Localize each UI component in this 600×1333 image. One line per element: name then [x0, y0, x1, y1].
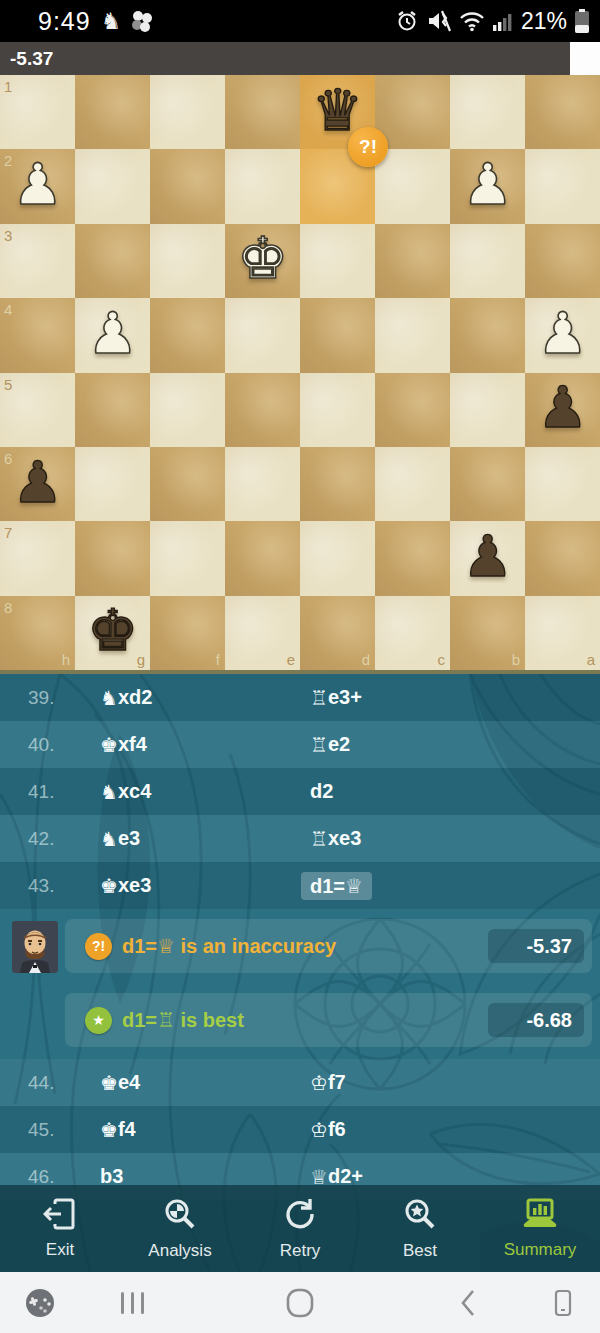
move-row-45: 45.♚f4♔f6	[0, 1106, 600, 1153]
best-icon	[403, 1197, 437, 1235]
square-h1[interactable]	[0, 75, 75, 149]
square-c2[interactable]	[375, 149, 450, 223]
white-move[interactable]: ♞xc4	[100, 768, 151, 815]
square-a6[interactable]	[525, 447, 600, 521]
square-a1[interactable]	[525, 75, 600, 149]
toolbar-retry-button[interactable]: Retry	[240, 1185, 360, 1272]
square-f4[interactable]	[150, 298, 225, 372]
move-row-39: 39.♞xd2♖e3+	[0, 674, 600, 721]
recents-icon[interactable]	[111, 1272, 155, 1333]
square-f5[interactable]	[150, 373, 225, 447]
exit-icon	[43, 1198, 77, 1234]
clock-time: 9:49	[38, 7, 91, 36]
square-h4[interactable]	[0, 298, 75, 372]
square-d7[interactable]	[300, 521, 375, 595]
wifi-icon	[459, 10, 485, 32]
move-list: 39.♞xd2♖e3+40.♚xf4♖e241.♞xc4d242.♞e3♖xe3…	[0, 674, 600, 1272]
move-row-43: 43.♚xe3d1=♕	[0, 862, 600, 909]
move-row-42: 42.♞e3♖xe3	[0, 815, 600, 862]
battery-percent: 21%	[521, 8, 567, 35]
signal-icon	[492, 10, 514, 32]
square-f3[interactable]	[150, 224, 225, 298]
square-h8[interactable]	[0, 596, 75, 670]
square-e4[interactable]	[225, 298, 300, 372]
move-number: 41.	[28, 768, 54, 815]
black-move[interactable]: ♖e3+	[310, 674, 362, 721]
black-move[interactable]: d2	[310, 768, 333, 815]
square-f8[interactable]	[150, 596, 225, 670]
inaccuracy-annotation[interactable]: ?!d1=♕ is an inaccuracy-5.37	[65, 919, 592, 973]
toolbar-label: Exit	[46, 1240, 74, 1260]
chess-board[interactable]: 12345678abcdefgh♚♟♟♟♟♟♚♟♟♛?!	[0, 75, 600, 670]
square-e8[interactable]	[225, 596, 300, 670]
retry-icon	[283, 1197, 317, 1235]
square-f1[interactable]	[150, 75, 225, 149]
android-nav-bar	[0, 1272, 600, 1333]
white-move[interactable]: ♞e3	[100, 815, 140, 862]
square-a7[interactable]	[525, 521, 600, 595]
square-b6[interactable]	[450, 447, 525, 521]
evaluation-score: -5.37	[10, 42, 53, 75]
move-number: 39.	[28, 674, 54, 721]
phone-swap-icon[interactable]	[543, 1272, 583, 1333]
best-move-star-icon: ★	[85, 1007, 112, 1034]
square-g2[interactable]	[75, 149, 150, 223]
status-bar: 9:49 ♞	[0, 0, 600, 42]
square-e1[interactable]	[225, 75, 300, 149]
alarm-icon	[395, 9, 419, 33]
chess-knight-app-icon: ♞	[101, 10, 122, 33]
square-g4[interactable]	[75, 298, 150, 372]
white-move[interactable]: ♚xe3	[100, 862, 151, 909]
black-move[interactable]: ♖e2	[310, 721, 350, 768]
square-b2[interactable]	[450, 149, 525, 223]
square-c4[interactable]	[375, 298, 450, 372]
white-move[interactable]: ♚xf4	[100, 721, 147, 768]
square-d8[interactable]	[300, 596, 375, 670]
evaluation-white-segment	[570, 42, 600, 75]
square-d6[interactable]	[300, 447, 375, 521]
move-number: 44.	[28, 1059, 54, 1106]
square-g6[interactable]	[75, 447, 150, 521]
game-controller-icon[interactable]	[18, 1272, 62, 1333]
square-b5[interactable]	[450, 373, 525, 447]
square-d4[interactable]	[300, 298, 375, 372]
square-b8[interactable]	[450, 596, 525, 670]
square-e7[interactable]	[225, 521, 300, 595]
square-b1[interactable]	[450, 75, 525, 149]
square-c3[interactable]	[375, 224, 450, 298]
square-f2[interactable]	[150, 149, 225, 223]
square-e6[interactable]	[225, 447, 300, 521]
player-avatar	[12, 921, 58, 973]
square-e5[interactable]	[225, 373, 300, 447]
annotation-eval-value: -5.37	[488, 929, 584, 963]
toolbar-analysis-button[interactable]: Analysis	[120, 1185, 240, 1272]
selected-move-highlight: d1=♕	[301, 872, 372, 900]
move-number: 45.	[28, 1106, 54, 1153]
toolbar-label: Analysis	[148, 1241, 211, 1261]
white-move[interactable]: ♚f4	[100, 1106, 136, 1153]
square-a4[interactable]	[525, 298, 600, 372]
square-h7[interactable]	[0, 521, 75, 595]
annotation-eval-value: -6.68	[488, 1003, 584, 1037]
move-row-41: 41.♞xc4d2	[0, 768, 600, 815]
square-e2[interactable]	[225, 149, 300, 223]
square-c5[interactable]	[375, 373, 450, 447]
square-h2[interactable]	[0, 149, 75, 223]
toolbar-exit-button[interactable]: Exit	[0, 1185, 120, 1272]
square-d5[interactable]	[300, 373, 375, 447]
move-row-44: 44.♚e4♔f7	[0, 1059, 600, 1106]
square-f6[interactable]	[150, 447, 225, 521]
square-c7[interactable]	[375, 521, 450, 595]
square-b7[interactable]	[450, 521, 525, 595]
move-number: 42.	[28, 815, 54, 862]
square-a5[interactable]	[525, 373, 600, 447]
square-g7[interactable]	[75, 521, 150, 595]
square-b3[interactable]	[450, 224, 525, 298]
inaccuracy-icon: ?!	[85, 933, 112, 960]
annotation-text: d1=♖ is best	[122, 1008, 244, 1032]
white-move[interactable]: ♚e4	[100, 1059, 140, 1106]
status-icons: 21%	[395, 0, 590, 42]
square-g3[interactable]	[75, 224, 150, 298]
square-d3[interactable]	[300, 224, 375, 298]
square-c8[interactable]	[375, 596, 450, 670]
battery-icon	[574, 8, 590, 34]
square-g1[interactable]	[75, 75, 150, 149]
annotation-text: d1=♕ is an inaccuracy	[122, 934, 336, 958]
evaluation-bar[interactable]: -5.37	[0, 42, 600, 75]
home-icon[interactable]	[278, 1272, 322, 1333]
square-h3[interactable]	[0, 224, 75, 298]
black-move[interactable]: ♔f7	[310, 1059, 346, 1106]
toolbar-label: Best	[403, 1241, 437, 1261]
chess-app-screen: 9:49 ♞	[0, 0, 600, 1333]
mute-vibrate-icon	[426, 9, 452, 33]
square-g8[interactable]	[75, 596, 150, 670]
black-move[interactable]: ♖xe3	[310, 815, 361, 862]
black-move[interactable]: ♔f6	[310, 1106, 346, 1153]
toolbar-label: Retry	[280, 1241, 321, 1261]
analysis-icon	[163, 1197, 197, 1235]
square-g5[interactable]	[75, 373, 150, 447]
square-e3[interactable]	[225, 224, 300, 298]
dots-cluster-icon	[129, 8, 155, 34]
back-icon[interactable]	[448, 1272, 488, 1333]
toolbar-summary-button[interactable]: Summary	[480, 1185, 600, 1272]
summary-icon	[521, 1198, 559, 1234]
toolbar-label: Summary	[504, 1240, 577, 1260]
toolbar-best-button[interactable]: Best	[360, 1185, 480, 1272]
square-a2[interactable]	[525, 149, 600, 223]
square-h6[interactable]	[0, 447, 75, 521]
square-h5[interactable]	[0, 373, 75, 447]
bottom-toolbar: ExitAnalysisRetryBestSummary	[0, 1185, 600, 1272]
square-b4[interactable]	[450, 298, 525, 372]
move-quality-badge: ?!	[348, 127, 388, 167]
white-move[interactable]: ♞xd2	[100, 674, 152, 721]
black-move[interactable]: d1=♕	[310, 862, 372, 909]
move-number: 40.	[28, 721, 54, 768]
best-move-annotation[interactable]: ★d1=♖ is best-6.68	[65, 993, 592, 1047]
move-number: 43.	[28, 862, 54, 909]
square-f7[interactable]	[150, 521, 225, 595]
notification-icons: ♞	[101, 8, 156, 34]
move-row-40: 40.♚xf4♖e2	[0, 721, 600, 768]
square-a3[interactable]	[525, 224, 600, 298]
square-a8[interactable]	[525, 596, 600, 670]
square-c6[interactable]	[375, 447, 450, 521]
